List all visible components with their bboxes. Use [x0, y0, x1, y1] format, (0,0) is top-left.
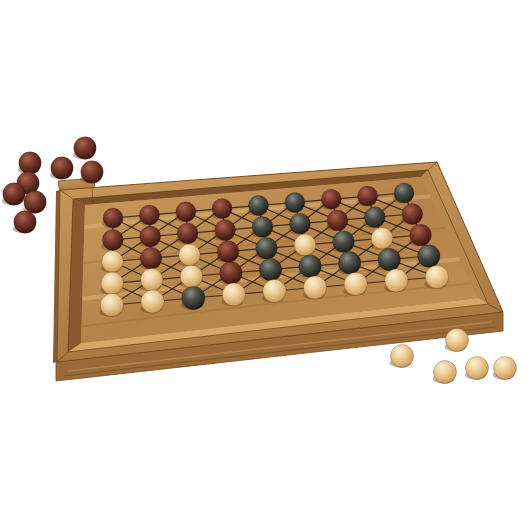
piece-black-marble[interactable] — [394, 183, 414, 203]
piece-black-marble[interactable] — [418, 245, 440, 267]
piece-natural-marble[interactable] — [466, 357, 489, 380]
board-scene — [0, 0, 527, 527]
piece-natural-marble[interactable] — [263, 279, 286, 302]
piece-brown-marble[interactable] — [217, 241, 239, 263]
piece-natural-marble[interactable] — [391, 345, 414, 368]
piece-black-marble[interactable] — [252, 217, 273, 238]
piece-brown-marble[interactable] — [140, 226, 161, 247]
piece-brown-marble[interactable] — [176, 202, 196, 222]
piece-black-marble[interactable] — [338, 252, 360, 274]
piece-brown-marble[interactable] — [139, 205, 159, 225]
piece-black-marble[interactable] — [378, 248, 400, 270]
piece-natural-marble[interactable] — [222, 283, 245, 306]
piece-brown-marble[interactable] — [212, 199, 232, 219]
piece-brown-marble[interactable] — [51, 157, 73, 179]
piece-black-marble[interactable] — [256, 238, 278, 260]
piece-brown-marble[interactable] — [19, 152, 41, 174]
piece-black-marble[interactable] — [249, 196, 269, 216]
piece-brown-marble[interactable] — [81, 161, 103, 183]
piece-natural-marble[interactable] — [141, 269, 163, 291]
piece-brown-marble[interactable] — [358, 186, 378, 206]
piece-black-marble[interactable] — [333, 231, 355, 253]
piece-black-marble[interactable] — [299, 255, 321, 277]
piece-brown-marble[interactable] — [215, 220, 236, 241]
piece-natural-marble[interactable] — [180, 265, 202, 287]
piece-natural-marble[interactable] — [304, 276, 327, 299]
piece-brown-marble[interactable] — [410, 224, 432, 246]
piece-natural-marble[interactable] — [101, 272, 123, 294]
piece-black-marble[interactable] — [182, 286, 205, 309]
piece-brown-marble[interactable] — [140, 247, 162, 269]
piece-natural-marble[interactable] — [100, 293, 123, 316]
piece-brown-marble[interactable] — [103, 208, 123, 228]
piece-natural-marble[interactable] — [344, 272, 367, 295]
piece-brown-marble[interactable] — [321, 189, 341, 209]
piece-black-marble[interactable] — [259, 258, 281, 280]
piece-natural-marble[interactable] — [102, 251, 124, 273]
piece-black-marble[interactable] — [290, 213, 311, 234]
piece-brown-marble[interactable] — [24, 191, 46, 213]
piece-natural-marble[interactable] — [446, 329, 469, 352]
piece-brown-marble[interactable] — [3, 183, 25, 205]
piece-brown-marble[interactable] — [177, 223, 198, 244]
piece-brown-marble[interactable] — [102, 229, 123, 250]
piece-black-marble[interactable] — [285, 192, 305, 212]
piece-natural-marble[interactable] — [294, 234, 316, 256]
piece-natural-marble[interactable] — [371, 228, 393, 250]
product-photo — [0, 0, 527, 527]
piece-natural-marble[interactable] — [385, 269, 408, 292]
piece-natural-marble[interactable] — [425, 265, 448, 288]
piece-brown-marble[interactable] — [402, 204, 423, 225]
piece-brown-marble[interactable] — [14, 211, 36, 233]
piece-natural-marble[interactable] — [179, 244, 201, 266]
piece-brown-marble[interactable] — [74, 137, 96, 159]
piece-natural-marble[interactable] — [141, 290, 164, 313]
piece-natural-marble[interactable] — [434, 361, 457, 384]
piece-black-marble[interactable] — [364, 207, 385, 228]
piece-natural-marble[interactable] — [494, 357, 517, 380]
piece-brown-marble[interactable] — [327, 210, 348, 231]
piece-brown-marble[interactable] — [220, 262, 242, 284]
